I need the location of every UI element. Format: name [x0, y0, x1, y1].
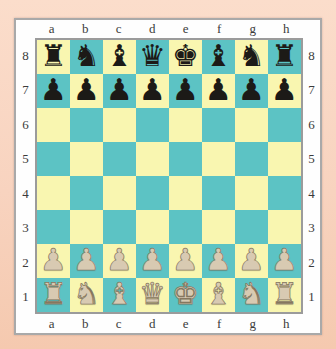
- square-c4[interactable]: [103, 176, 136, 210]
- rank-label-4: 4: [16, 176, 35, 211]
- square-d5[interactable]: [136, 142, 169, 176]
- rank-labels-right: 87654321: [303, 38, 320, 314]
- file-label-f: f: [203, 314, 237, 333]
- square-e1[interactable]: ♚: [169, 278, 202, 312]
- square-f5[interactable]: [202, 142, 235, 176]
- piece-white-bishop[interactable]: ♝: [205, 279, 232, 309]
- file-label-b: b: [69, 314, 103, 333]
- square-e2[interactable]: ♟: [169, 244, 202, 278]
- piece-black-pawn[interactable]: ♟: [106, 75, 133, 105]
- rank-label-8: 8: [303, 38, 320, 73]
- file-label-h: h: [270, 20, 304, 37]
- square-e8[interactable]: ♚: [169, 40, 202, 74]
- rank-label-7: 7: [16, 73, 35, 108]
- piece-white-bishop[interactable]: ♝: [106, 279, 133, 309]
- square-h8[interactable]: ♜: [268, 40, 301, 74]
- piece-black-knight[interactable]: ♞: [73, 41, 100, 71]
- file-label-a: a: [35, 20, 69, 37]
- piece-black-pawn[interactable]: ♟: [205, 75, 232, 105]
- square-b5[interactable]: [70, 142, 103, 176]
- piece-black-queen[interactable]: ♛: [139, 41, 166, 71]
- piece-black-pawn[interactable]: ♟: [238, 75, 265, 105]
- file-labels-bottom: abcdefgh: [35, 314, 303, 333]
- square-c2[interactable]: ♟: [103, 244, 136, 278]
- square-b3[interactable]: [70, 210, 103, 244]
- square-e7[interactable]: ♟: [169, 74, 202, 108]
- square-b1[interactable]: ♞: [70, 278, 103, 312]
- piece-white-pawn[interactable]: ♟: [271, 245, 298, 275]
- file-label-a: a: [35, 314, 69, 333]
- rank-label-2: 2: [303, 245, 320, 280]
- rank-label-5: 5: [303, 142, 320, 177]
- file-label-h: h: [270, 314, 304, 333]
- piece-white-pawn[interactable]: ♟: [205, 245, 232, 275]
- file-label-d: d: [136, 20, 170, 37]
- piece-white-pawn[interactable]: ♟: [73, 245, 100, 275]
- rank-label-8: 8: [16, 38, 35, 73]
- file-labels-top: abcdefgh: [35, 20, 303, 37]
- file-label-g: g: [236, 314, 270, 333]
- file-label-c: c: [102, 20, 136, 37]
- square-f2[interactable]: ♟: [202, 244, 235, 278]
- square-a3[interactable]: [37, 210, 70, 244]
- square-h5[interactable]: [268, 142, 301, 176]
- square-h3[interactable]: [268, 210, 301, 244]
- file-label-f: f: [203, 20, 237, 37]
- rank-label-6: 6: [16, 107, 35, 142]
- rank-label-7: 7: [303, 73, 320, 108]
- rank-label-6: 6: [303, 107, 320, 142]
- square-f7[interactable]: ♟: [202, 74, 235, 108]
- square-e4[interactable]: [169, 176, 202, 210]
- file-label-e: e: [169, 314, 203, 333]
- rank-label-3: 3: [16, 211, 35, 246]
- rank-labels-left: 87654321: [16, 38, 35, 314]
- piece-black-rook[interactable]: ♜: [271, 41, 298, 71]
- square-f1[interactable]: ♝: [202, 278, 235, 312]
- file-label-g: g: [236, 20, 270, 37]
- square-g2[interactable]: ♟: [235, 244, 268, 278]
- square-g3[interactable]: [235, 210, 268, 244]
- rank-label-2: 2: [16, 245, 35, 280]
- square-g8[interactable]: ♞: [235, 40, 268, 74]
- square-d1[interactable]: ♛: [136, 278, 169, 312]
- rank-label-3: 3: [303, 211, 320, 246]
- square-a6[interactable]: [37, 108, 70, 142]
- square-a2[interactable]: ♟: [37, 244, 70, 278]
- piece-black-pawn[interactable]: ♟: [40, 75, 67, 105]
- piece-black-bishop[interactable]: ♝: [205, 41, 232, 71]
- square-b4[interactable]: [70, 176, 103, 210]
- rank-label-4: 4: [303, 176, 320, 211]
- square-d2[interactable]: ♟: [136, 244, 169, 278]
- square-c6[interactable]: [103, 108, 136, 142]
- piece-white-knight[interactable]: ♞: [73, 279, 100, 309]
- square-a1[interactable]: ♜: [37, 278, 70, 312]
- square-f3[interactable]: [202, 210, 235, 244]
- square-f4[interactable]: [202, 176, 235, 210]
- piece-white-king[interactable]: ♚: [172, 279, 199, 309]
- square-g6[interactable]: [235, 108, 268, 142]
- rank-label-1: 1: [303, 280, 320, 315]
- rank-label-5: 5: [16, 142, 35, 177]
- square-a5[interactable]: [37, 142, 70, 176]
- square-c1[interactable]: ♝: [103, 278, 136, 312]
- square-c3[interactable]: [103, 210, 136, 244]
- square-d6[interactable]: [136, 108, 169, 142]
- page-background: abcdefgh abcdefgh 87654321 87654321 ♜♞♝♛…: [0, 0, 336, 349]
- square-e5[interactable]: [169, 142, 202, 176]
- square-b6[interactable]: [70, 108, 103, 142]
- piece-white-pawn[interactable]: ♟: [106, 245, 133, 275]
- square-b8[interactable]: ♞: [70, 40, 103, 74]
- piece-black-king[interactable]: ♚: [172, 41, 199, 71]
- file-label-d: d: [136, 314, 170, 333]
- file-label-c: c: [102, 314, 136, 333]
- piece-white-pawn[interactable]: ♟: [139, 245, 166, 275]
- square-h2[interactable]: ♟: [268, 244, 301, 278]
- square-d4[interactable]: [136, 176, 169, 210]
- square-b2[interactable]: ♟: [70, 244, 103, 278]
- square-a4[interactable]: [37, 176, 70, 210]
- square-e3[interactable]: [169, 210, 202, 244]
- square-g4[interactable]: [235, 176, 268, 210]
- square-h6[interactable]: [268, 108, 301, 142]
- square-c7[interactable]: ♟: [103, 74, 136, 108]
- square-h4[interactable]: [268, 176, 301, 210]
- file-label-e: e: [169, 20, 203, 37]
- piece-white-pawn[interactable]: ♟: [238, 245, 265, 275]
- square-d7[interactable]: ♟: [136, 74, 169, 108]
- piece-white-rook[interactable]: ♜: [40, 279, 67, 309]
- square-h7[interactable]: ♟: [268, 74, 301, 108]
- square-d3[interactable]: [136, 210, 169, 244]
- square-g5[interactable]: [235, 142, 268, 176]
- piece-white-pawn[interactable]: ♟: [40, 245, 67, 275]
- chessboard-frame: abcdefgh abcdefgh 87654321 87654321 ♜♞♝♛…: [14, 18, 322, 335]
- square-b7[interactable]: ♟: [70, 74, 103, 108]
- square-g7[interactable]: ♟: [235, 74, 268, 108]
- square-d8[interactable]: ♛: [136, 40, 169, 74]
- piece-white-knight[interactable]: ♞: [238, 279, 265, 309]
- square-c5[interactable]: [103, 142, 136, 176]
- piece-black-bishop[interactable]: ♝: [106, 41, 133, 71]
- piece-black-rook[interactable]: ♜: [40, 41, 67, 71]
- piece-white-pawn[interactable]: ♟: [172, 245, 199, 275]
- piece-white-rook[interactable]: ♜: [271, 279, 298, 309]
- square-e6[interactable]: [169, 108, 202, 142]
- square-g1[interactable]: ♞: [235, 278, 268, 312]
- rank-label-1: 1: [16, 280, 35, 315]
- square-f8[interactable]: ♝: [202, 40, 235, 74]
- chessboard: ♜♞♝♛♚♝♞♜♟♟♟♟♟♟♟♟♟♟♟♟♟♟♟♟♜♞♝♛♚♝♞♜: [35, 38, 303, 314]
- file-label-b: b: [69, 20, 103, 37]
- square-a8[interactable]: ♜: [37, 40, 70, 74]
- piece-black-pawn[interactable]: ♟: [139, 75, 166, 105]
- square-a7[interactable]: ♟: [37, 74, 70, 108]
- square-c8[interactable]: ♝: [103, 40, 136, 74]
- square-h1[interactable]: ♜: [268, 278, 301, 312]
- piece-white-queen[interactable]: ♛: [139, 279, 166, 309]
- square-f6[interactable]: [202, 108, 235, 142]
- piece-black-pawn[interactable]: ♟: [172, 75, 199, 105]
- piece-black-knight[interactable]: ♞: [238, 41, 265, 71]
- piece-black-pawn[interactable]: ♟: [271, 75, 298, 105]
- piece-black-pawn[interactable]: ♟: [73, 75, 100, 105]
